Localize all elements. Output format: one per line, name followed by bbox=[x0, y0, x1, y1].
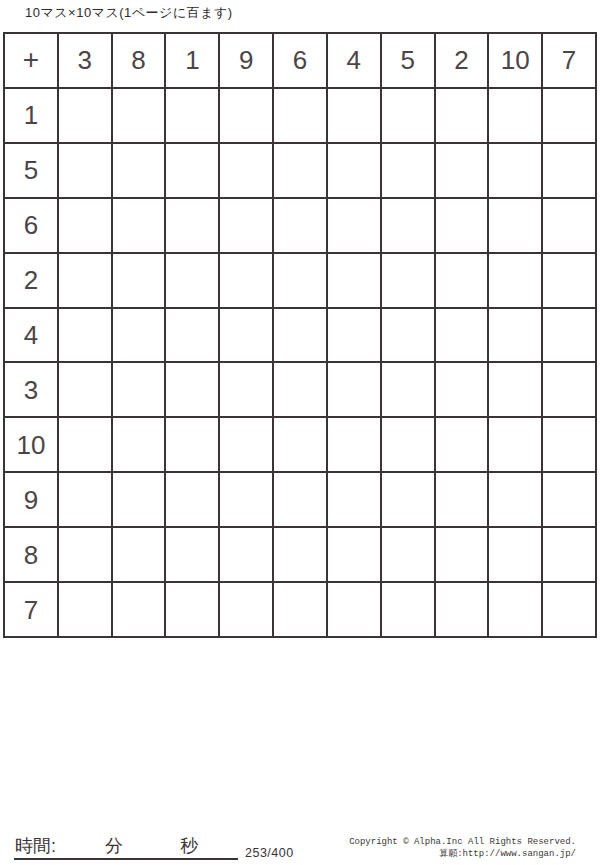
answer-cell bbox=[220, 199, 272, 252]
answer-cell bbox=[328, 528, 380, 581]
answer-cell bbox=[489, 254, 541, 307]
answer-cell bbox=[382, 309, 434, 362]
answer-cell bbox=[59, 199, 111, 252]
answer-cell bbox=[436, 144, 488, 197]
answer-cell bbox=[436, 309, 488, 362]
answer-cell bbox=[274, 418, 326, 471]
answer-cell bbox=[382, 144, 434, 197]
row-header-cell: 4 bbox=[5, 309, 57, 362]
minutes-label: 分 bbox=[105, 834, 123, 858]
drill-grid: +3819645210715624310987 bbox=[3, 32, 597, 638]
answer-cell bbox=[274, 363, 326, 416]
answer-cell bbox=[543, 199, 595, 252]
row-header-cell: 1 bbox=[5, 89, 57, 142]
row-header-cell: 8 bbox=[5, 528, 57, 581]
answer-cell bbox=[382, 363, 434, 416]
seconds-label: 秒 bbox=[180, 834, 198, 858]
answer-cell bbox=[59, 144, 111, 197]
answer-cell bbox=[543, 583, 595, 636]
col-header-cell: 2 bbox=[436, 34, 488, 87]
answer-cell bbox=[220, 254, 272, 307]
copyright-line2: 算願:http://www.sangan.jp/ bbox=[349, 848, 576, 860]
answer-cell bbox=[166, 418, 218, 471]
answer-cell bbox=[489, 528, 541, 581]
answer-cell bbox=[113, 363, 165, 416]
answer-cell bbox=[543, 89, 595, 142]
answer-cell bbox=[382, 473, 434, 526]
answer-cell bbox=[274, 144, 326, 197]
copyright-notice: Copyright © Alpha.Inc All Rights Reserve… bbox=[349, 836, 576, 860]
answer-cell bbox=[489, 89, 541, 142]
answer-cell bbox=[274, 583, 326, 636]
answer-cell bbox=[220, 528, 272, 581]
answer-cell bbox=[59, 363, 111, 416]
col-header-cell: 9 bbox=[220, 34, 272, 87]
answer-cell bbox=[113, 254, 165, 307]
answer-cell bbox=[166, 199, 218, 252]
answer-cell bbox=[113, 144, 165, 197]
answer-cell bbox=[543, 144, 595, 197]
answer-cell bbox=[489, 144, 541, 197]
copyright-line1: Copyright © Alpha.Inc All Rights Reserve… bbox=[349, 836, 576, 848]
answer-cell bbox=[220, 363, 272, 416]
answer-cell bbox=[382, 89, 434, 142]
answer-cell bbox=[436, 418, 488, 471]
answer-cell bbox=[274, 309, 326, 362]
answer-cell bbox=[220, 89, 272, 142]
answer-cell bbox=[166, 254, 218, 307]
answer-cell bbox=[59, 473, 111, 526]
row-header-cell: 3 bbox=[5, 363, 57, 416]
answer-cell bbox=[59, 254, 111, 307]
answer-cell bbox=[328, 199, 380, 252]
answer-cell bbox=[543, 254, 595, 307]
answer-cell bbox=[543, 528, 595, 581]
answer-cell bbox=[274, 89, 326, 142]
answer-cell bbox=[328, 254, 380, 307]
answer-cell bbox=[436, 363, 488, 416]
answer-cell bbox=[382, 528, 434, 581]
answer-cell bbox=[436, 528, 488, 581]
answer-cell bbox=[59, 583, 111, 636]
col-header-cell: 4 bbox=[328, 34, 380, 87]
answer-cell bbox=[543, 309, 595, 362]
answer-cell bbox=[328, 473, 380, 526]
answer-cell bbox=[59, 309, 111, 362]
answer-cell bbox=[489, 199, 541, 252]
answer-cell bbox=[274, 473, 326, 526]
answer-cell bbox=[328, 363, 380, 416]
answer-cell bbox=[220, 144, 272, 197]
answer-cell bbox=[382, 254, 434, 307]
answer-cell bbox=[274, 254, 326, 307]
answer-cell bbox=[166, 528, 218, 581]
answer-cell bbox=[166, 363, 218, 416]
row-header-cell: 2 bbox=[5, 254, 57, 307]
answer-cell bbox=[220, 309, 272, 362]
answer-cell bbox=[436, 89, 488, 142]
answer-cell bbox=[59, 418, 111, 471]
answer-cell bbox=[328, 309, 380, 362]
answer-cell bbox=[220, 418, 272, 471]
answer-cell bbox=[59, 89, 111, 142]
answer-cell bbox=[382, 199, 434, 252]
answer-cell bbox=[220, 473, 272, 526]
answer-cell bbox=[220, 583, 272, 636]
answer-cell bbox=[113, 199, 165, 252]
answer-cell bbox=[436, 583, 488, 636]
answer-cell bbox=[166, 473, 218, 526]
answer-cell bbox=[113, 418, 165, 471]
row-header-cell: 10 bbox=[5, 418, 57, 471]
row-header-cell: 9 bbox=[5, 473, 57, 526]
answer-cell bbox=[489, 418, 541, 471]
time-entry-line: 時間: 分 秒 bbox=[14, 834, 238, 860]
answer-cell bbox=[274, 528, 326, 581]
answer-cell bbox=[543, 363, 595, 416]
row-header-cell: 6 bbox=[5, 199, 57, 252]
row-header-cell: 7 bbox=[5, 583, 57, 636]
col-header-cell: 7 bbox=[543, 34, 595, 87]
time-label: 時間: bbox=[15, 834, 56, 858]
answer-cell bbox=[166, 309, 218, 362]
answer-cell bbox=[382, 583, 434, 636]
col-header-cell: 5 bbox=[382, 34, 434, 87]
answer-cell bbox=[543, 418, 595, 471]
answer-cell bbox=[113, 528, 165, 581]
answer-cell bbox=[436, 473, 488, 526]
col-header-cell: 3 bbox=[59, 34, 111, 87]
answer-cell bbox=[489, 309, 541, 362]
col-header-cell: 10 bbox=[489, 34, 541, 87]
answer-cell bbox=[543, 473, 595, 526]
operator-cell: + bbox=[5, 34, 57, 87]
answer-cell bbox=[113, 89, 165, 142]
answer-cell bbox=[113, 473, 165, 526]
answer-cell bbox=[436, 199, 488, 252]
answer-cell bbox=[328, 418, 380, 471]
answer-cell bbox=[166, 144, 218, 197]
answer-cell bbox=[274, 199, 326, 252]
col-header-cell: 1 bbox=[166, 34, 218, 87]
answer-cell bbox=[113, 583, 165, 636]
answer-cell bbox=[489, 583, 541, 636]
row-header-cell: 5 bbox=[5, 144, 57, 197]
answer-cell bbox=[382, 418, 434, 471]
answer-cell bbox=[328, 583, 380, 636]
answer-cell bbox=[166, 583, 218, 636]
answer-cell bbox=[328, 89, 380, 142]
answer-cell bbox=[166, 89, 218, 142]
answer-cell bbox=[59, 528, 111, 581]
page-title: 10マス×10マス(1ページに百ます) bbox=[25, 4, 233, 22]
answer-cell bbox=[328, 144, 380, 197]
col-header-cell: 8 bbox=[113, 34, 165, 87]
answer-cell bbox=[113, 309, 165, 362]
answer-cell bbox=[489, 363, 541, 416]
answer-cell bbox=[436, 254, 488, 307]
page-indicator: 253/400 bbox=[245, 846, 294, 860]
col-header-cell: 6 bbox=[274, 34, 326, 87]
answer-cell bbox=[489, 473, 541, 526]
